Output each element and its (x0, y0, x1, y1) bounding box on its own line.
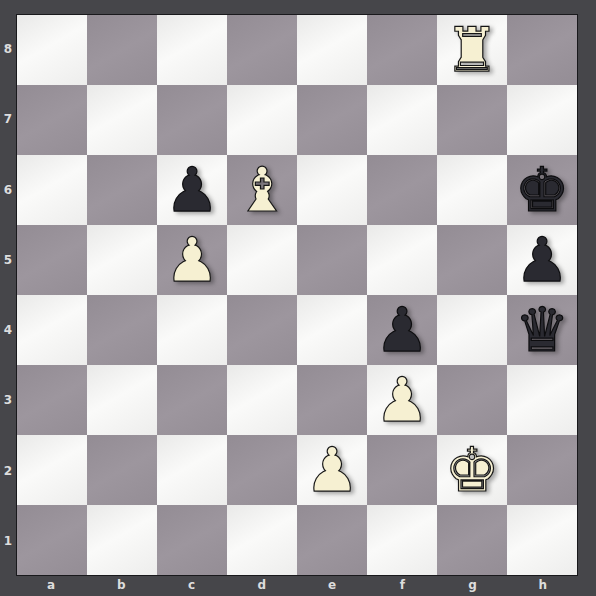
square-f6[interactable] (367, 155, 437, 225)
square-e8[interactable] (297, 15, 367, 85)
square-g8[interactable]: ♜ (437, 15, 507, 85)
square-f7[interactable] (367, 85, 437, 155)
white-pawn[interactable]: ♟ (305, 435, 360, 505)
square-f1[interactable] (367, 505, 437, 575)
square-g4[interactable] (437, 295, 507, 365)
square-b2[interactable] (87, 435, 157, 505)
rank-label-6: 6 (0, 155, 16, 225)
square-b4[interactable] (87, 295, 157, 365)
square-g5[interactable] (437, 225, 507, 295)
square-d5[interactable] (227, 225, 297, 295)
square-g2[interactable]: ♚ (437, 435, 507, 505)
black-pawn[interactable]: ♟ (165, 155, 220, 225)
file-label-b: b (86, 577, 156, 596)
rank-label-5: 5 (0, 225, 16, 295)
square-c8[interactable] (157, 15, 227, 85)
square-h7[interactable] (507, 85, 577, 155)
rank-label-1: 1 (0, 506, 16, 576)
chess-board-frame: 87654321 ♜♟♝♚♟♟♟♛♟♟♚ abcdefgh (0, 0, 596, 596)
square-a7[interactable] (17, 85, 87, 155)
square-a2[interactable] (17, 435, 87, 505)
square-h1[interactable] (507, 505, 577, 575)
square-c7[interactable] (157, 85, 227, 155)
square-a3[interactable] (17, 365, 87, 435)
square-e6[interactable] (297, 155, 367, 225)
square-b3[interactable] (87, 365, 157, 435)
file-labels: abcdefgh (16, 577, 578, 596)
white-pawn[interactable]: ♟ (165, 225, 220, 295)
square-d6[interactable]: ♝ (227, 155, 297, 225)
square-c6[interactable]: ♟ (157, 155, 227, 225)
square-e1[interactable] (297, 505, 367, 575)
square-g7[interactable] (437, 85, 507, 155)
square-b1[interactable] (87, 505, 157, 575)
square-b6[interactable] (87, 155, 157, 225)
rank-label-8: 8 (0, 14, 16, 84)
square-h6[interactable]: ♚ (507, 155, 577, 225)
square-f3[interactable]: ♟ (367, 365, 437, 435)
file-label-h: h (508, 577, 578, 596)
square-e5[interactable] (297, 225, 367, 295)
square-e2[interactable]: ♟ (297, 435, 367, 505)
white-king[interactable]: ♚ (445, 435, 500, 505)
square-f4[interactable]: ♟ (367, 295, 437, 365)
black-queen[interactable]: ♛ (515, 295, 570, 365)
square-f2[interactable] (367, 435, 437, 505)
rank-label-4: 4 (0, 295, 16, 365)
square-h5[interactable]: ♟ (507, 225, 577, 295)
square-h3[interactable] (507, 365, 577, 435)
file-label-f: f (367, 577, 437, 596)
rank-label-7: 7 (0, 84, 16, 154)
square-b8[interactable] (87, 15, 157, 85)
rank-labels: 87654321 (0, 14, 16, 576)
file-label-d: d (227, 577, 297, 596)
file-label-c: c (157, 577, 227, 596)
square-e3[interactable] (297, 365, 367, 435)
file-label-g: g (438, 577, 508, 596)
square-c4[interactable] (157, 295, 227, 365)
square-d4[interactable] (227, 295, 297, 365)
file-label-a: a (16, 577, 86, 596)
square-c3[interactable] (157, 365, 227, 435)
square-a8[interactable] (17, 15, 87, 85)
square-c2[interactable] (157, 435, 227, 505)
square-g6[interactable] (437, 155, 507, 225)
rank-label-2: 2 (0, 436, 16, 506)
square-a4[interactable] (17, 295, 87, 365)
square-b7[interactable] (87, 85, 157, 155)
white-rook[interactable]: ♜ (445, 15, 500, 85)
black-pawn[interactable]: ♟ (375, 295, 430, 365)
white-pawn[interactable]: ♟ (375, 365, 430, 435)
black-king[interactable]: ♚ (515, 155, 570, 225)
square-a6[interactable] (17, 155, 87, 225)
file-label-e: e (297, 577, 367, 596)
square-g3[interactable] (437, 365, 507, 435)
square-g1[interactable] (437, 505, 507, 575)
square-f5[interactable] (367, 225, 437, 295)
square-a1[interactable] (17, 505, 87, 575)
square-h4[interactable]: ♛ (507, 295, 577, 365)
square-e7[interactable] (297, 85, 367, 155)
square-d7[interactable] (227, 85, 297, 155)
black-pawn[interactable]: ♟ (515, 225, 570, 295)
square-d1[interactable] (227, 505, 297, 575)
square-c1[interactable] (157, 505, 227, 575)
square-d2[interactable] (227, 435, 297, 505)
square-d3[interactable] (227, 365, 297, 435)
square-d8[interactable] (227, 15, 297, 85)
square-h8[interactable] (507, 15, 577, 85)
white-bishop[interactable]: ♝ (235, 155, 290, 225)
square-e4[interactable] (297, 295, 367, 365)
square-b5[interactable] (87, 225, 157, 295)
chess-board: ♜♟♝♚♟♟♟♛♟♟♚ (16, 14, 578, 576)
square-a5[interactable] (17, 225, 87, 295)
square-h2[interactable] (507, 435, 577, 505)
square-f8[interactable] (367, 15, 437, 85)
rank-label-3: 3 (0, 365, 16, 435)
square-c5[interactable]: ♟ (157, 225, 227, 295)
